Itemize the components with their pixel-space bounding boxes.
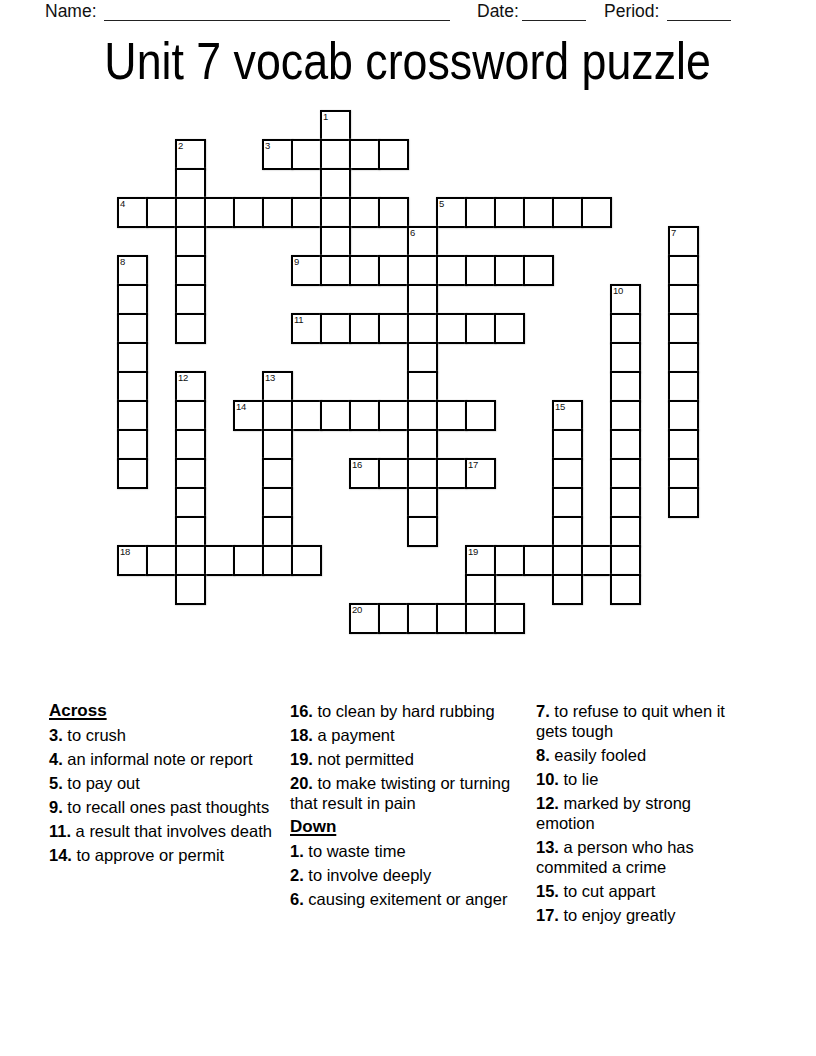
grid-cell [494,313,525,344]
grid-cell [117,429,148,460]
grid-cell [668,313,699,344]
grid-cell [552,487,583,518]
grid-cell-number: 9 [294,257,299,267]
grid-cell [523,255,554,286]
grid-cell [175,226,206,257]
grid-cell [494,603,525,634]
grid-cell [668,429,699,460]
grid-cell [175,545,206,576]
clue-item: 15. to cut appart [536,881,742,901]
grid-cell [407,371,438,402]
clue-item: 13. a person who has commited a crime [536,837,742,877]
clue-item: 17. to enjoy greatly [536,905,742,925]
down-header: Down [290,817,524,837]
grid-cell [407,603,438,634]
grid-cell-number: 14 [236,402,246,412]
grid-cell-number: 8 [120,257,125,267]
grid-cell: 11 [291,313,322,344]
grid-cell [117,458,148,489]
clue-item: 16. to clean by hard rubbing [290,701,524,721]
grid-cell [494,545,525,576]
grid-cell [378,313,409,344]
grid-cell [407,487,438,518]
clue-item: 14. to approve or permit [49,845,281,865]
grid-cell [175,400,206,431]
clue-text: to clean by hard rubbing [313,702,495,720]
clue-number-label: 5. [49,774,63,792]
grid-cell [407,313,438,344]
grid-cell [262,487,293,518]
grid-cell-number: 6 [410,228,415,238]
grid-cell [320,226,351,257]
grid-cell [320,168,351,199]
page-title-text: Unit 7 vocab crossword puzzle [105,34,711,89]
clue-text: a result that involves death [71,822,272,840]
clue-number-label: 8. [536,746,550,764]
grid-cell [436,255,467,286]
grid-cell: 17 [465,458,496,489]
grid-cell: 1 [320,110,351,141]
clue-item: 20. to make twisting or turning that res… [290,773,524,813]
grid-cell-number: 2 [178,141,183,151]
clue-item: 7. to refuse to quit when it gets tough [536,701,742,741]
clues-column-1: Across3. to crush4. an informal note or … [49,701,281,869]
grid-cell [204,545,235,576]
grid-cell [262,197,293,228]
grid-cell [320,139,351,170]
grid-cell [378,603,409,634]
grid-cell [465,603,496,634]
grid-cell-number: 20 [352,605,362,615]
grid-cell: 10 [610,284,641,315]
grid-cell [552,197,583,228]
clue-number-label: 18. [290,726,313,744]
grid-cell [436,603,467,634]
grid-cell [349,255,380,286]
clue-item: 18. a payment [290,725,524,745]
worksheet-page: Name: Date: Period: Unit 7 vocab crosswo… [0,0,816,1056]
grid-cell-number: 10 [613,286,623,296]
grid-cell-number: 18 [120,547,130,557]
clue-item: 11. a result that involves death [49,821,281,841]
grid-cell [320,400,351,431]
clue-text: a payment [313,726,395,744]
grid-cell: 2 [175,139,206,170]
grid-cell [610,371,641,402]
grid-cell-number: 3 [265,141,270,151]
grid-cell [610,574,641,605]
clue-text: to lie [559,770,598,788]
grid-cell [291,139,322,170]
grid-cell [175,168,206,199]
grid-cell [552,458,583,489]
grid-cell [407,255,438,286]
grid-cell: 16 [349,458,380,489]
grid-cell [378,400,409,431]
grid-cell [175,313,206,344]
grid-cell [262,516,293,547]
grid-cell [233,197,264,228]
grid-cell [610,487,641,518]
grid-cell [494,255,525,286]
grid-cell [320,313,351,344]
clue-text: to approve or permit [72,846,224,864]
grid-cell [610,313,641,344]
grid-cell-number: 5 [439,199,444,209]
grid-cell [146,197,177,228]
grid-cell [436,313,467,344]
grid-cell [349,400,380,431]
grid-cell-number: 7 [671,228,676,238]
grid-cell [407,516,438,547]
grid-cell: 19 [465,545,496,576]
page-title: Unit 7 vocab crossword puzzle [0,34,816,89]
grid-cell: 9 [291,255,322,286]
grid-cell: 18 [117,545,148,576]
grid-cell-number: 17 [468,460,478,470]
clue-text: to enjoy greatly [559,906,675,924]
grid-cell [494,197,525,228]
grid-cell [610,458,641,489]
grid-cell [175,284,206,315]
grid-cell-number: 13 [265,373,275,383]
grid-cell [117,284,148,315]
clue-text: easily fooled [550,746,646,764]
grid-cell [175,429,206,460]
grid-cell [668,371,699,402]
clue-item: 10. to lie [536,769,742,789]
clue-text: not permitted [313,750,414,768]
clue-item: 6. causing exitement or anger [290,889,524,909]
grid-cell [407,429,438,460]
clue-item: 3. to crush [49,725,281,745]
grid-cell [668,458,699,489]
clue-item: 4. an informal note or report [49,749,281,769]
grid-cell-number: 15 [555,402,565,412]
across-header: Across [49,701,281,721]
clue-text: causing exitement or anger [304,890,508,908]
grid-cell: 14 [233,400,264,431]
clue-number-label: 12. [536,794,559,812]
grid-cell-number: 11 [294,315,303,325]
period-blank-line [667,2,731,21]
grid-cell [465,313,496,344]
grid-cell [262,400,293,431]
grid-cell [436,458,467,489]
grid-cell [349,139,380,170]
grid-cell-number: 12 [178,373,188,383]
clue-text: to make twisting or turning that result … [290,774,510,812]
grid-cell [523,197,554,228]
grid-cell [291,545,322,576]
grid-cell [610,342,641,373]
grid-cell [175,458,206,489]
grid-cell: 5 [436,197,467,228]
grid-cell [552,545,583,576]
grid-cell [175,516,206,547]
clue-number-label: 15. [536,882,559,900]
clue-text: to recall ones past thoughts [63,798,269,816]
grid-cell [291,197,322,228]
grid-cell [610,400,641,431]
clue-text: marked by strong emotion [536,794,691,832]
grid-cell [668,284,699,315]
grid-cell [117,371,148,402]
grid-cell-number: 1 [323,112,328,122]
clue-item: 12. marked by strong emotion [536,793,742,833]
clue-number-label: 9. [49,798,63,816]
grid-cell-number: 16 [352,460,362,470]
grid-cell [610,545,641,576]
grid-cell [117,342,148,373]
clue-number-label: 20. [290,774,313,792]
grid-cell [175,255,206,286]
grid-cell [291,400,322,431]
clues-column-2: 16. to clean by hard rubbing18. a paymen… [290,701,524,913]
clue-item: 1. to waste time [290,841,524,861]
grid-cell [610,516,641,547]
clue-text: to crush [63,726,126,744]
crossword-grid: 1234567891011121314151617181920 [117,110,701,636]
clue-item: 9. to recall ones past thoughts [49,797,281,817]
grid-cell [465,574,496,605]
grid-cell [233,545,264,576]
grid-cell-number: 4 [120,199,125,209]
grid-cell [581,197,612,228]
grid-cell [407,458,438,489]
grid-cell [581,545,612,576]
grid-cell [262,429,293,460]
grid-cell: 8 [117,255,148,286]
grid-cell [552,516,583,547]
grid-cell [465,255,496,286]
grid-cell [378,139,409,170]
grid-cell [320,197,351,228]
grid-cell-number: 19 [468,547,478,557]
clue-text: to pay out [63,774,140,792]
grid-cell: 7 [668,226,699,257]
grid-cell [610,429,641,460]
grid-cell [552,429,583,460]
clue-number-label: 16. [290,702,313,720]
grid-cell [668,400,699,431]
name-label: Name: [45,1,97,22]
clue-text: to refuse to quit when it gets tough [536,702,725,740]
grid-cell [204,197,235,228]
clue-number-label: 19. [290,750,313,768]
clue-number-label: 6. [290,890,304,908]
grid-cell: 6 [407,226,438,257]
grid-cell: 4 [117,197,148,228]
grid-cell [117,313,148,344]
grid-cell [175,487,206,518]
grid-cell [320,255,351,286]
clue-number-label: 14. [49,846,72,864]
clue-text: to waste time [304,842,406,860]
grid-cell [465,400,496,431]
clue-number-label: 17. [536,906,559,924]
clue-number-label: 7. [536,702,550,720]
grid-cell [407,342,438,373]
grid-cell [378,255,409,286]
grid-cell [668,255,699,286]
clue-item: 19. not permitted [290,749,524,769]
grid-cell [146,545,177,576]
clue-number-label: 13. [536,838,559,856]
period-label: Period: [604,1,659,22]
grid-cell [117,400,148,431]
grid-cell [552,574,583,605]
grid-cell [175,197,206,228]
grid-cell [523,545,554,576]
grid-cell: 20 [349,603,380,634]
clue-number-label: 10. [536,770,559,788]
date-blank-line [522,2,586,21]
grid-cell [349,197,380,228]
clue-item: 5. to pay out [49,773,281,793]
grid-cell: 3 [262,139,293,170]
grid-cell [407,400,438,431]
grid-cell [668,487,699,518]
clue-number-label: 4. [49,750,63,768]
clue-number-label: 2. [290,866,304,884]
clue-number-label: 11. [49,822,71,840]
grid-cell [407,284,438,315]
grid-cell [465,197,496,228]
date-label: Date: [477,1,519,22]
grid-cell: 13 [262,371,293,402]
grid-cell [262,545,293,576]
grid-cell [349,313,380,344]
name-blank-line [104,2,450,21]
grid-cell: 12 [175,371,206,402]
grid-cell [262,458,293,489]
grid-cell: 15 [552,400,583,431]
clue-text: an informal note or report [63,750,253,768]
clue-text: to cut appart [559,882,655,900]
clue-item: 8. easily fooled [536,745,742,765]
grid-cell [378,458,409,489]
clue-number-label: 1. [290,842,304,860]
grid-cell [378,197,409,228]
clue-item: 2. to involve deeply [290,865,524,885]
grid-cell [436,400,467,431]
clue-number-label: 3. [49,726,63,744]
grid-cell [668,342,699,373]
clue-text: to involve deeply [304,866,432,884]
clues-column-3: 7. to refuse to quit when it gets tough8… [536,701,742,929]
grid-cell [175,574,206,605]
clue-text: a person who has commited a crime [536,838,694,876]
